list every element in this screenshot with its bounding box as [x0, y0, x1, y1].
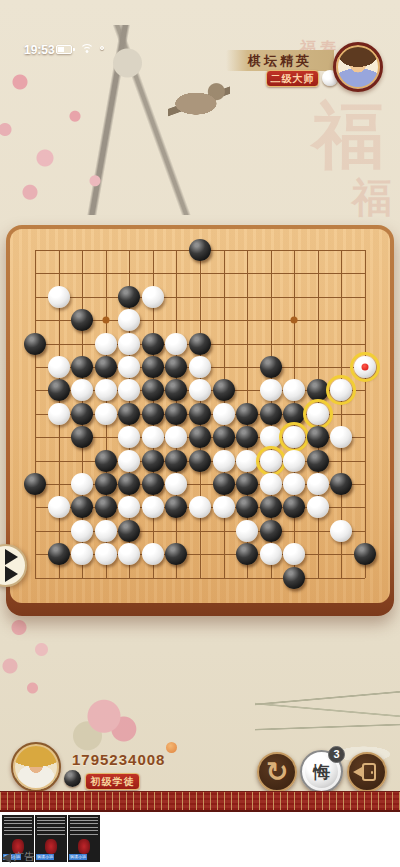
white-stone: [95, 520, 117, 542]
player-rank-badge: 初级学徒: [85, 773, 140, 790]
ad-watermark: 疯读小说: [69, 854, 87, 860]
black-stone: [142, 473, 164, 495]
ad-thumbnail[interactable]: 疯读小说: [35, 815, 67, 862]
ad-watermark: 疯读小说: [36, 854, 54, 860]
black-stone: [189, 426, 211, 448]
player-black-stone-indicator: [64, 770, 81, 787]
seal-character: 福: [312, 88, 384, 184]
black-stone: [236, 403, 258, 425]
white-stone: [330, 379, 352, 401]
black-stone: [307, 379, 329, 401]
black-stone: [189, 239, 211, 261]
white-stone: [189, 356, 211, 378]
black-stone: [189, 403, 211, 425]
white-stone: [260, 426, 282, 448]
black-stone: [236, 426, 258, 448]
white-stone: [283, 450, 305, 472]
white-stone: [118, 333, 140, 355]
exit-button[interactable]: [347, 752, 387, 792]
white-stone: [283, 379, 305, 401]
white-stone: [142, 286, 164, 308]
board-frame: [6, 225, 394, 616]
black-stone: [24, 473, 46, 495]
exit-door-icon: [362, 763, 376, 781]
black-stone: [95, 450, 117, 472]
star-point: [291, 317, 298, 324]
board-grid: [35, 250, 365, 578]
white-stone: [165, 426, 187, 448]
white-stone: [95, 403, 117, 425]
white-stone: [165, 333, 187, 355]
white-stone: [48, 496, 70, 518]
plum-blossom-art: [0, 600, 82, 710]
black-stone: [165, 496, 187, 518]
white-stone: [71, 473, 93, 495]
seal-character: 福: [352, 170, 392, 225]
white-stone: [307, 403, 329, 425]
white-stone: [71, 543, 93, 565]
bird-art: [168, 75, 230, 127]
white-stone: [330, 426, 352, 448]
black-stone: [354, 543, 376, 565]
white-stone: [95, 543, 117, 565]
black-stone: [236, 496, 258, 518]
white-stone: [118, 356, 140, 378]
battery-icon: [56, 45, 72, 54]
undo-label: 悔: [313, 763, 330, 782]
black-stone: [189, 450, 211, 472]
white-stone: [95, 333, 117, 355]
white-stone: [189, 496, 211, 518]
white-stone: [236, 520, 258, 542]
restart-button[interactable]: ↻: [257, 752, 297, 792]
white-stone: [260, 473, 282, 495]
undo-count-badge: 3: [328, 746, 345, 763]
black-stone: [71, 426, 93, 448]
white-stone: [330, 520, 352, 542]
star-point: [102, 317, 109, 324]
black-stone: [142, 333, 164, 355]
white-stone: [71, 520, 93, 542]
white-stone: [213, 450, 235, 472]
megaphone-icon: [2, 853, 11, 863]
white-stone: [48, 403, 70, 425]
white-stone: [354, 356, 376, 378]
black-stone: [236, 473, 258, 495]
clock-time: 19:53: [24, 43, 55, 57]
black-stone: [283, 403, 305, 425]
right-arrow-icon: [5, 566, 18, 582]
black-stone: [48, 543, 70, 565]
black-stone: [165, 356, 187, 378]
black-stone: [189, 333, 211, 355]
white-stone: [118, 543, 140, 565]
white-stone: [260, 543, 282, 565]
white-stone: [118, 309, 140, 331]
last-move-marker: [362, 364, 369, 371]
black-stone: [95, 356, 117, 378]
black-stone: [71, 356, 93, 378]
opponent-rank-badge: 二级大师: [266, 70, 319, 87]
white-stone: [189, 379, 211, 401]
white-stone: [260, 379, 282, 401]
black-stone: [71, 309, 93, 331]
black-stone: [142, 356, 164, 378]
black-stone: [307, 426, 329, 448]
black-stone: [283, 567, 305, 589]
black-stone: [165, 379, 187, 401]
black-stone: [330, 473, 352, 495]
white-stone: [142, 426, 164, 448]
black-stone: [48, 379, 70, 401]
right-arrow-icon: [5, 549, 18, 565]
white-stone: [118, 450, 140, 472]
ad-thumbnail[interactable]: 疯读小说: [68, 815, 100, 862]
ornate-meander-border: [0, 791, 400, 812]
undo-button[interactable]: 悔 3: [300, 750, 343, 793]
black-stone: [165, 403, 187, 425]
gomoku-board[interactable]: [10, 229, 390, 603]
white-stone: [95, 379, 117, 401]
white-stone: [48, 356, 70, 378]
opponent-avatar[interactable]: [333, 42, 383, 92]
ad-banner[interactable]: 疯读小说 疯读小说 疯读小说 疯读小说 “王爷，王妃死了”“她身上的玉是您...…: [0, 812, 400, 867]
black-stone: [165, 450, 187, 472]
black-stone: [142, 403, 164, 425]
white-stone: [71, 379, 93, 401]
sun-art: [166, 742, 177, 753]
black-stone: [260, 520, 282, 542]
white-stone: [283, 543, 305, 565]
black-stone: [118, 473, 140, 495]
black-stone: [142, 450, 164, 472]
wifi-icon: [80, 44, 94, 56]
white-stone: [118, 426, 140, 448]
black-stone: [213, 426, 235, 448]
white-stone: [165, 473, 187, 495]
black-stone: [307, 450, 329, 472]
white-stone: [236, 450, 258, 472]
black-stone: [95, 473, 117, 495]
black-stone: [118, 286, 140, 308]
white-stone: [283, 473, 305, 495]
white-stone: [142, 496, 164, 518]
white-stone: [48, 286, 70, 308]
white-stone: [283, 426, 305, 448]
black-stone: [142, 379, 164, 401]
white-stone: [118, 379, 140, 401]
black-stone: [95, 496, 117, 518]
player-name: 1795234008: [72, 751, 165, 768]
white-stone: [260, 450, 282, 472]
white-stone: [213, 496, 235, 518]
white-stone: [307, 496, 329, 518]
black-stone: [71, 496, 93, 518]
player-avatar[interactable]: [11, 742, 61, 792]
app-screen: 福 福 福寿 19:53 棋坛精英 二级大师 1795234008 初级学徒 ↻…: [0, 0, 400, 867]
white-stone: [142, 543, 164, 565]
black-stone: [260, 496, 282, 518]
white-stone: [213, 403, 235, 425]
black-stone: [24, 333, 46, 355]
black-stone: [260, 356, 282, 378]
notification-dot-icon: [100, 46, 104, 50]
black-stone: [118, 403, 140, 425]
ad-label: 广告: [14, 850, 34, 864]
black-stone: [236, 543, 258, 565]
white-stone: [307, 473, 329, 495]
opponent-title-ribbon: 棋坛精英: [226, 50, 334, 71]
white-stone: [118, 496, 140, 518]
exit-arrow-icon: [353, 767, 362, 777]
black-stone: [165, 543, 187, 565]
black-stone: [283, 496, 305, 518]
black-stone: [71, 403, 93, 425]
black-stone: [260, 403, 282, 425]
black-stone: [213, 379, 235, 401]
black-stone: [213, 473, 235, 495]
black-stone: [118, 520, 140, 542]
status-bar: 19:53: [0, 40, 200, 60]
